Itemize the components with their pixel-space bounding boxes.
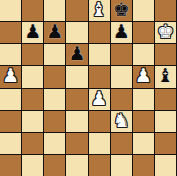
square-f7[interactable]: ♟ — [111, 22, 132, 43]
square-g6[interactable] — [133, 44, 154, 65]
square-h6[interactable] — [155, 44, 176, 65]
square-e7[interactable] — [89, 22, 110, 43]
white-pawn[interactable]: ♟ — [135, 66, 152, 85]
square-h1[interactable] — [155, 155, 176, 176]
black-pawn[interactable]: ♟ — [113, 22, 130, 41]
square-h5[interactable]: ♝ — [155, 66, 176, 87]
square-a1[interactable] — [0, 155, 21, 176]
square-e5[interactable] — [89, 66, 110, 87]
square-b8[interactable] — [22, 0, 43, 21]
square-d5[interactable] — [66, 66, 87, 87]
white-pawn[interactable]: ♟ — [91, 89, 108, 108]
chess-board: ♝♚♟♟♟♚♟♟♟♝♟♞ — [0, 0, 177, 176]
square-g3[interactable] — [133, 111, 154, 132]
black-pawn[interactable]: ♟ — [46, 22, 63, 41]
black-bishop[interactable]: ♝ — [157, 66, 174, 85]
square-a2[interactable] — [0, 133, 21, 154]
square-d3[interactable] — [66, 111, 87, 132]
square-e2[interactable] — [89, 133, 110, 154]
square-g4[interactable] — [133, 89, 154, 110]
square-d7[interactable] — [66, 22, 87, 43]
square-f8[interactable]: ♚ — [111, 0, 132, 21]
square-b7[interactable]: ♟ — [22, 22, 43, 43]
square-e3[interactable] — [89, 111, 110, 132]
square-a6[interactable] — [0, 44, 21, 65]
square-g7[interactable] — [133, 22, 154, 43]
square-g2[interactable] — [133, 133, 154, 154]
square-c8[interactable] — [44, 0, 65, 21]
square-e6[interactable] — [89, 44, 110, 65]
square-d1[interactable] — [66, 155, 87, 176]
black-king[interactable]: ♚ — [113, 0, 130, 19]
square-f6[interactable] — [111, 44, 132, 65]
white-bishop[interactable]: ♝ — [91, 0, 108, 19]
square-a4[interactable] — [0, 89, 21, 110]
square-a3[interactable] — [0, 111, 21, 132]
square-g1[interactable] — [133, 155, 154, 176]
square-g8[interactable] — [133, 0, 154, 21]
square-g5[interactable]: ♟ — [133, 66, 154, 87]
square-a7[interactable] — [0, 22, 21, 43]
white-pawn[interactable]: ♟ — [2, 66, 19, 85]
square-b1[interactable] — [22, 155, 43, 176]
white-knight[interactable]: ♞ — [113, 111, 130, 130]
square-f3[interactable]: ♞ — [111, 111, 132, 132]
square-b6[interactable] — [22, 44, 43, 65]
square-h8[interactable] — [155, 0, 176, 21]
square-c1[interactable] — [44, 155, 65, 176]
square-b5[interactable] — [22, 66, 43, 87]
square-h4[interactable] — [155, 89, 176, 110]
square-h2[interactable] — [155, 133, 176, 154]
square-d6[interactable]: ♟ — [66, 44, 87, 65]
square-c7[interactable]: ♟ — [44, 22, 65, 43]
square-e8[interactable]: ♝ — [89, 0, 110, 21]
square-c6[interactable] — [44, 44, 65, 65]
square-e1[interactable] — [89, 155, 110, 176]
square-c5[interactable] — [44, 66, 65, 87]
square-b4[interactable] — [22, 89, 43, 110]
square-f4[interactable] — [111, 89, 132, 110]
square-h3[interactable] — [155, 111, 176, 132]
square-d2[interactable] — [66, 133, 87, 154]
square-a5[interactable]: ♟ — [0, 66, 21, 87]
square-b2[interactable] — [22, 133, 43, 154]
square-c2[interactable] — [44, 133, 65, 154]
square-b3[interactable] — [22, 111, 43, 132]
square-f2[interactable] — [111, 133, 132, 154]
black-pawn[interactable]: ♟ — [24, 22, 41, 41]
square-f1[interactable] — [111, 155, 132, 176]
square-d8[interactable] — [66, 0, 87, 21]
square-d4[interactable] — [66, 89, 87, 110]
square-f5[interactable] — [111, 66, 132, 87]
square-c4[interactable] — [44, 89, 65, 110]
square-h7[interactable]: ♚ — [155, 22, 176, 43]
white-king[interactable]: ♚ — [157, 22, 174, 41]
black-pawn[interactable]: ♟ — [68, 44, 85, 63]
square-c3[interactable] — [44, 111, 65, 132]
square-e4[interactable]: ♟ — [89, 89, 110, 110]
square-a8[interactable] — [0, 0, 21, 21]
